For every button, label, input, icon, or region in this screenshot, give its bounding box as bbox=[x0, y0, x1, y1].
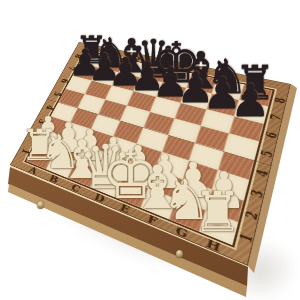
chess-set-photo: AA88BB77CC66DD55EE44FF33GG22HH11 ♜♞♝♛♚♝♞… bbox=[0, 0, 300, 300]
file-label-top-g: G bbox=[226, 73, 238, 81]
metal-clasp-icon bbox=[176, 250, 183, 258]
metal-clasp-icon bbox=[37, 201, 44, 209]
file-label-top-h: H bbox=[252, 78, 266, 87]
